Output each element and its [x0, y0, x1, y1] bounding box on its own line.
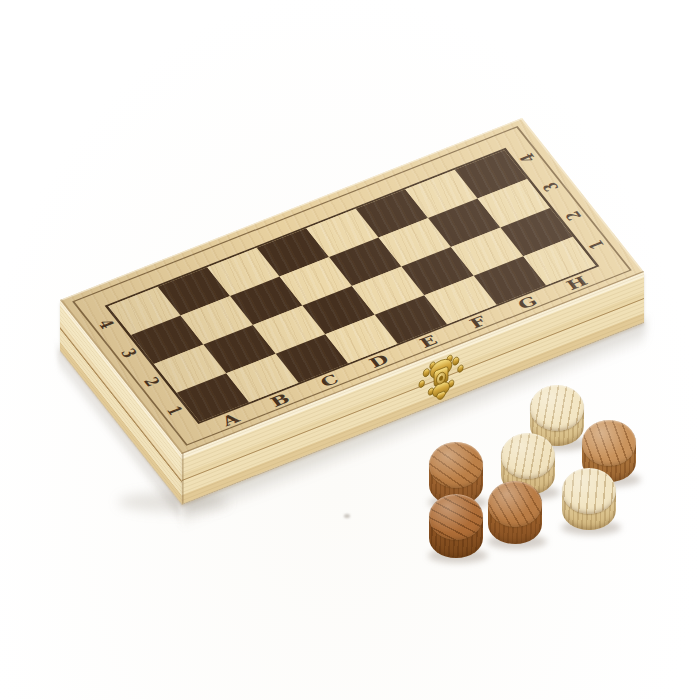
- checker-top: [501, 433, 555, 479]
- checker-top: [530, 385, 584, 431]
- rank-label-text: 1: [163, 404, 185, 417]
- rank-label-text: 4: [516, 152, 538, 165]
- checker-top: [562, 468, 616, 514]
- product-photo-scene: ABCDEFGH43214321: [0, 0, 700, 700]
- floor-speck: [344, 514, 350, 518]
- checker-top: [429, 442, 483, 488]
- checker-oak-4: [429, 494, 483, 558]
- rank-label-text: 2: [562, 209, 584, 222]
- file-label-text: B: [267, 391, 292, 408]
- box-corner-crease: [182, 453, 184, 504]
- rank-label-text: 2: [141, 375, 163, 388]
- rank-label-text: 4: [95, 318, 117, 331]
- rank-label-text: 3: [118, 347, 140, 360]
- checker-oak-3: [488, 481, 542, 544]
- checker-top: [488, 481, 542, 527]
- file-label-text: C: [317, 372, 341, 389]
- checker-top: [429, 494, 483, 540]
- box-ground-shadow-corner: [118, 492, 228, 512]
- file-label-text: G: [515, 294, 540, 311]
- rank-label-text: 1: [585, 238, 607, 251]
- file-label-text: D: [366, 352, 391, 370]
- checker-top: [582, 420, 636, 466]
- checker-light-3: [562, 468, 616, 530]
- rank-label-text: 3: [539, 180, 561, 193]
